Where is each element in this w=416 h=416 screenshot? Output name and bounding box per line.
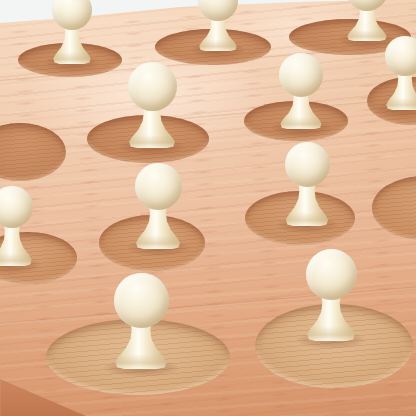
hole-r4c2[interactable]	[46, 319, 230, 395]
peg[interactable]	[346, 0, 388, 41]
peg[interactable]	[285, 142, 330, 226]
hole-recess	[0, 123, 66, 181]
hole-r4c3[interactable]	[255, 304, 413, 388]
hole-r2c4[interactable]	[367, 77, 416, 125]
peg[interactable]	[52, 0, 92, 64]
peg-head	[52, 0, 92, 30]
peg-head	[135, 163, 182, 210]
hole-r2c1[interactable]	[0, 123, 66, 181]
hole-r3c1[interactable]	[0, 232, 77, 284]
hole-r3c3[interactable]	[245, 191, 355, 245]
hole-recess	[372, 176, 416, 240]
peg[interactable]	[198, 0, 238, 51]
hole-r2c3[interactable]	[244, 101, 348, 141]
peg-head	[385, 36, 416, 76]
peg-head	[128, 62, 177, 111]
peg[interactable]	[306, 249, 357, 341]
peg-head	[0, 186, 33, 228]
peg[interactable]	[0, 186, 33, 266]
peg-head	[306, 249, 357, 300]
peg-head	[285, 142, 330, 187]
hole-r1c1[interactable]	[18, 43, 122, 77]
hole-r3c4[interactable]	[372, 176, 416, 240]
peg-head	[279, 53, 323, 97]
peg[interactable]	[135, 163, 182, 249]
hole-r3c2[interactable]	[99, 215, 205, 271]
peg-head	[346, 0, 388, 11]
hole-r2c2[interactable]	[87, 115, 209, 163]
photo-stage	[0, 0, 416, 416]
peg-head	[198, 0, 238, 21]
peg[interactable]	[128, 62, 177, 148]
peg[interactable]	[114, 273, 169, 369]
peg-head	[114, 273, 169, 328]
peg[interactable]	[279, 53, 323, 129]
hole-r1c2[interactable]	[155, 29, 271, 65]
peg[interactable]	[385, 36, 416, 110]
